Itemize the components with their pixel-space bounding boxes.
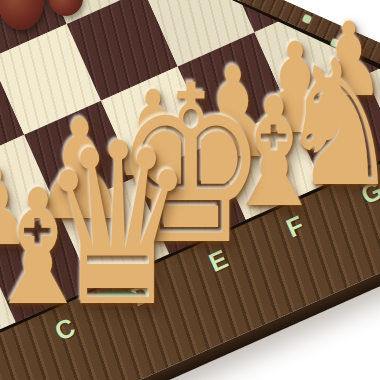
- photo-stage: CDEFG ♟♟♟♟♞♝♟♚♟♝♛: [0, 0, 380, 380]
- chess-board: CDEFG: [0, 0, 380, 380]
